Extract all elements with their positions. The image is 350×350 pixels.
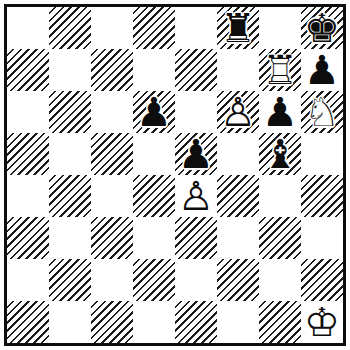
square-c8 bbox=[91, 7, 133, 49]
square-g5: ♝ bbox=[259, 133, 301, 175]
square-f5 bbox=[217, 133, 259, 175]
square-g2 bbox=[259, 259, 301, 301]
square-g1 bbox=[259, 301, 301, 343]
square-a4 bbox=[7, 175, 49, 217]
square-g6: ♟ bbox=[259, 91, 301, 133]
square-d3 bbox=[133, 217, 175, 259]
square-c3 bbox=[91, 217, 133, 259]
square-e6 bbox=[175, 91, 217, 133]
square-f6: ♟♙ bbox=[217, 91, 259, 133]
white-piece-backing: ♞ bbox=[301, 91, 343, 133]
white-piece-backing: ♟ bbox=[175, 175, 217, 217]
piece-white-pawn-e4: ♙ bbox=[175, 175, 217, 217]
square-d7 bbox=[133, 49, 175, 91]
piece-black-pawn-h7: ♟ bbox=[301, 49, 343, 91]
square-c2 bbox=[91, 259, 133, 301]
square-a2 bbox=[7, 259, 49, 301]
square-b1 bbox=[49, 301, 91, 343]
square-f8: ♜ bbox=[217, 7, 259, 49]
piece-black-king-h8: ♚ bbox=[301, 7, 343, 49]
square-a5 bbox=[7, 133, 49, 175]
square-c6 bbox=[91, 91, 133, 133]
square-h2 bbox=[301, 259, 343, 301]
square-e7 bbox=[175, 49, 217, 91]
square-c7 bbox=[91, 49, 133, 91]
square-e4: ♟♙ bbox=[175, 175, 217, 217]
piece-white-pawn-f6: ♙ bbox=[217, 91, 259, 133]
square-d5 bbox=[133, 133, 175, 175]
square-f1 bbox=[217, 301, 259, 343]
piece-black-pawn-g6: ♟ bbox=[259, 91, 301, 133]
piece-black-pawn-d6: ♟ bbox=[133, 91, 175, 133]
square-e1 bbox=[175, 301, 217, 343]
square-h7: ♟ bbox=[301, 49, 343, 91]
square-g8 bbox=[259, 7, 301, 49]
piece-black-rook-f8: ♜ bbox=[217, 7, 259, 49]
square-b4 bbox=[49, 175, 91, 217]
square-f2 bbox=[217, 259, 259, 301]
chess-board: ♜♚♜♖♟♟♟♙♟♞♘♟♝♟♙♚♔ bbox=[4, 4, 346, 346]
square-e8 bbox=[175, 7, 217, 49]
square-h1: ♚♔ bbox=[301, 301, 343, 343]
square-b3 bbox=[49, 217, 91, 259]
square-g3 bbox=[259, 217, 301, 259]
square-b8 bbox=[49, 7, 91, 49]
square-b5 bbox=[49, 133, 91, 175]
square-g7: ♜♖ bbox=[259, 49, 301, 91]
square-d6: ♟ bbox=[133, 91, 175, 133]
chess-diagram: ♜♚♜♖♟♟♟♙♟♞♘♟♝♟♙♚♔ bbox=[0, 0, 350, 350]
square-c5 bbox=[91, 133, 133, 175]
square-d4 bbox=[133, 175, 175, 217]
square-h4 bbox=[301, 175, 343, 217]
square-a7 bbox=[7, 49, 49, 91]
square-a1 bbox=[7, 301, 49, 343]
piece-white-rook-g7: ♖ bbox=[259, 49, 301, 91]
square-a3 bbox=[7, 217, 49, 259]
square-h8: ♚ bbox=[301, 7, 343, 49]
square-d8 bbox=[133, 7, 175, 49]
square-h3 bbox=[301, 217, 343, 259]
white-piece-backing: ♜ bbox=[259, 49, 301, 91]
square-b2 bbox=[49, 259, 91, 301]
square-d1 bbox=[133, 301, 175, 343]
square-c1 bbox=[91, 301, 133, 343]
square-h6: ♞♘ bbox=[301, 91, 343, 133]
white-piece-backing: ♟ bbox=[217, 91, 259, 133]
square-e3 bbox=[175, 217, 217, 259]
square-f7 bbox=[217, 49, 259, 91]
square-e2 bbox=[175, 259, 217, 301]
square-a8 bbox=[7, 7, 49, 49]
square-b7 bbox=[49, 49, 91, 91]
piece-white-knight-h6: ♘ bbox=[301, 91, 343, 133]
square-g4 bbox=[259, 175, 301, 217]
square-f3 bbox=[217, 217, 259, 259]
piece-black-bishop-g5: ♝ bbox=[259, 133, 301, 175]
square-b6 bbox=[49, 91, 91, 133]
piece-black-pawn-e5: ♟ bbox=[175, 133, 217, 175]
piece-white-king-h1: ♔ bbox=[301, 301, 343, 343]
square-e5: ♟ bbox=[175, 133, 217, 175]
white-piece-backing: ♚ bbox=[301, 301, 343, 343]
square-f4 bbox=[217, 175, 259, 217]
square-a6 bbox=[7, 91, 49, 133]
square-d2 bbox=[133, 259, 175, 301]
square-c4 bbox=[91, 175, 133, 217]
square-h5 bbox=[301, 133, 343, 175]
